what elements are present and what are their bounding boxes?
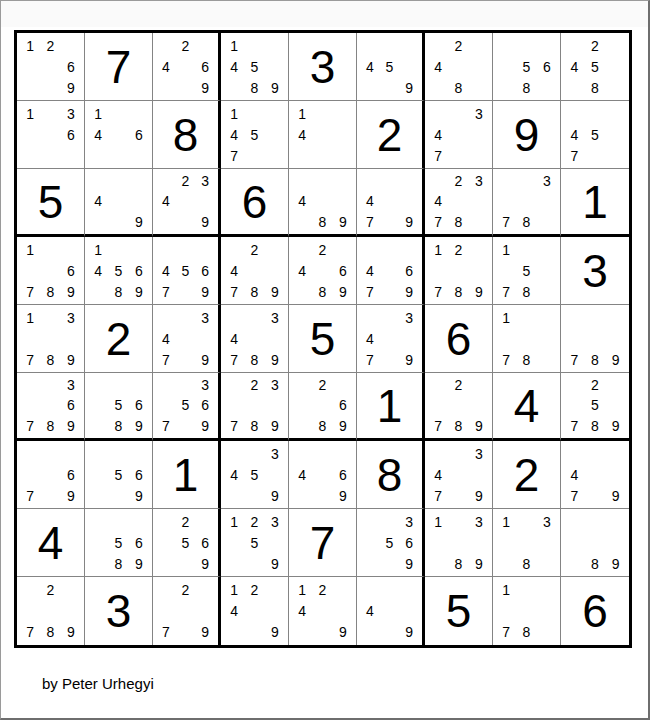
pencil-mark-empty <box>399 35 419 56</box>
pencil-mark-5: 5 <box>516 260 536 281</box>
pencil-mark-5: 5 <box>176 532 196 553</box>
pencil-mark-empty <box>496 56 516 77</box>
pencil-mark-4: 4 <box>156 260 176 281</box>
pencil-mark-empty <box>448 532 468 553</box>
pencil-mark-empty <box>156 35 176 56</box>
pencil-mark-empty <box>176 191 196 211</box>
pencil-mark-empty <box>61 35 81 56</box>
cell-r8c7[interactable]: 1389 <box>425 509 493 577</box>
cell-r1c7[interactable]: 248 <box>425 33 493 101</box>
cell-r8c3[interactable]: 2569 <box>153 509 221 577</box>
cell-r1c8[interactable]: 568 <box>493 33 561 101</box>
pencil-mark-4: 4 <box>428 191 448 211</box>
pencil-mark-empty <box>333 171 353 191</box>
pencil-mark-empty <box>380 77 400 98</box>
cell-r2c3[interactable]: 8 <box>153 101 221 169</box>
pencil-mark-4: 4 <box>224 260 244 281</box>
pencil-mark-7: 7 <box>496 349 516 370</box>
cell-r5c4[interactable]: 34789 <box>221 305 289 373</box>
pencil-marks: 3569 <box>357 509 422 576</box>
pencil-mark-empty <box>40 600 60 621</box>
cell-r2c6[interactable]: 2 <box>357 101 425 169</box>
pencil-mark-8: 8 <box>108 553 128 574</box>
cell-r3c6[interactable]: 479 <box>357 169 425 237</box>
cell-r2c1[interactable]: 136 <box>17 101 85 169</box>
pencil-mark-5: 5 <box>108 260 128 281</box>
pencil-marks: 378 <box>493 169 560 234</box>
cell-r7c5[interactable]: 469 <box>289 441 357 509</box>
pencil-mark-1: 1 <box>224 103 244 124</box>
cell-r9c4[interactable]: 1249 <box>221 577 289 645</box>
cell-r4c3[interactable]: 45679 <box>153 237 221 305</box>
pencil-mark-3: 3 <box>61 307 81 328</box>
cell-r4c7[interactable]: 12789 <box>425 237 493 305</box>
pencil-mark-8: 8 <box>516 281 536 302</box>
pencil-mark-7: 7 <box>20 281 40 302</box>
pencil-mark-empty <box>312 443 332 464</box>
pencil-mark-empty <box>176 328 196 349</box>
pencil-mark-empty <box>224 77 244 98</box>
pencil-mark-empty <box>564 395 585 415</box>
pencil-mark-empty <box>195 191 215 211</box>
pencil-mark-9: 9 <box>61 77 81 98</box>
pencil-mark-9: 9 <box>195 622 215 643</box>
pencil-mark-7: 7 <box>360 212 380 232</box>
pencil-mark-empty <box>40 239 60 260</box>
pencil-mark-2: 2 <box>244 239 264 260</box>
pencil-mark-1: 1 <box>496 239 516 260</box>
pencil-mark-empty <box>176 77 196 98</box>
pencil-mark-empty <box>265 124 285 145</box>
cell-r1c4[interactable]: 14589 <box>221 33 289 101</box>
pencil-mark-empty <box>292 375 312 395</box>
pencil-mark-2: 2 <box>40 579 60 600</box>
pencil-mark-empty <box>40 124 60 145</box>
cell-r1c1[interactable]: 1269 <box>17 33 85 101</box>
pencil-mark-empty <box>195 328 215 349</box>
pencil-mark-9: 9 <box>61 349 81 370</box>
cell-r4c2[interactable]: 145689 <box>85 237 153 305</box>
pencil-mark-empty <box>61 443 81 464</box>
solved-digit: 6 <box>242 179 268 225</box>
cell-r7c2[interactable]: 569 <box>85 441 153 509</box>
pencil-mark-empty <box>496 260 516 281</box>
pencil-marks: 178 <box>493 305 560 372</box>
pencil-mark-empty <box>195 579 215 600</box>
pencil-mark-4: 4 <box>292 600 312 621</box>
cell-r3c9[interactable]: 1 <box>561 169 629 237</box>
pencil-mark-empty <box>496 532 516 553</box>
pencil-mark-3: 3 <box>265 511 285 532</box>
pencil-mark-5: 5 <box>244 124 264 145</box>
cell-r7c1[interactable]: 679 <box>17 441 85 509</box>
cell-r7c7[interactable]: 3479 <box>425 441 493 509</box>
pencil-mark-2: 2 <box>585 35 606 56</box>
cell-r3c4[interactable]: 6 <box>221 169 289 237</box>
pencil-mark-empty <box>20 464 40 485</box>
cell-r1c5[interactable]: 3 <box>289 33 357 101</box>
pencil-mark-4: 4 <box>224 124 244 145</box>
pencil-mark-7: 7 <box>156 622 176 643</box>
pencil-mark-8: 8 <box>40 349 60 370</box>
pencil-marks: 279 <box>153 577 218 645</box>
pencil-mark-8: 8 <box>244 281 264 302</box>
cell-r3c3[interactable]: 2349 <box>153 169 221 237</box>
pencil-mark-empty <box>537 532 557 553</box>
pencil-mark-empty <box>312 260 332 281</box>
pencil-mark-empty <box>129 103 149 124</box>
pencil-marks: 12789 <box>425 237 492 304</box>
pencil-mark-4: 4 <box>360 260 380 281</box>
pencil-mark-9: 9 <box>265 349 285 370</box>
pencil-mark-empty <box>537 191 557 211</box>
cell-r6c2[interactable]: 5689 <box>85 373 153 441</box>
cell-r6c1[interactable]: 36789 <box>17 373 85 441</box>
cell-r3c2[interactable]: 49 <box>85 169 153 237</box>
pencil-mark-empty <box>129 239 149 260</box>
pencil-mark-empty <box>176 553 196 574</box>
pencil-mark-7: 7 <box>360 349 380 370</box>
pencil-mark-empty <box>428 171 448 191</box>
pencil-mark-empty <box>448 443 468 464</box>
cell-r8c2[interactable]: 5689 <box>85 509 153 577</box>
cell-r2c7[interactable]: 347 <box>425 101 493 169</box>
pencil-mark-1: 1 <box>496 579 516 600</box>
cell-r6c9[interactable]: 25789 <box>561 373 629 441</box>
pencil-mark-empty <box>244 103 264 124</box>
pencil-mark-8: 8 <box>312 212 332 232</box>
cell-r2c2[interactable]: 146 <box>85 101 153 169</box>
pencil-mark-empty <box>244 328 264 349</box>
cell-r5c5[interactable]: 5 <box>289 305 357 373</box>
pencil-mark-9: 9 <box>469 416 489 436</box>
pencil-mark-3: 3 <box>537 171 557 191</box>
pencil-mark-7: 7 <box>20 416 40 436</box>
pencil-mark-empty <box>428 103 448 124</box>
pencil-marks: 34789 <box>221 305 288 372</box>
pencil-marks: 89 <box>561 509 629 576</box>
pencil-mark-empty <box>224 395 244 415</box>
cell-r5c3[interactable]: 3479 <box>153 305 221 373</box>
cell-r9c2[interactable]: 3 <box>85 577 153 645</box>
pencil-mark-empty <box>244 145 264 166</box>
pencil-mark-empty <box>40 464 60 485</box>
pencil-marks: 1578 <box>493 237 560 304</box>
pencil-mark-empty <box>333 443 353 464</box>
pencil-mark-empty <box>88 464 108 485</box>
pencil-mark-7: 7 <box>156 416 176 436</box>
pencil-marks: 2689 <box>289 373 356 438</box>
cell-r7c6[interactable]: 8 <box>357 441 425 509</box>
pencil-mark-1: 1 <box>292 103 312 124</box>
pencil-mark-9: 9 <box>61 485 81 506</box>
cell-r5c1[interactable]: 13789 <box>17 305 85 373</box>
pencil-marks: 3479 <box>153 305 218 372</box>
pencil-mark-empty <box>605 307 626 328</box>
cell-r3c5[interactable]: 489 <box>289 169 357 237</box>
solved-digit: 2 <box>514 452 540 498</box>
pencil-marks: 679 <box>17 441 84 508</box>
pencil-mark-8: 8 <box>244 349 264 370</box>
pencil-mark-5: 5 <box>585 395 606 415</box>
pencil-mark-empty <box>428 532 448 553</box>
pencil-mark-empty <box>108 375 128 395</box>
cell-r8c9[interactable]: 89 <box>561 509 629 577</box>
pencil-mark-1: 1 <box>88 103 108 124</box>
pencil-mark-empty <box>428 443 448 464</box>
pencil-mark-empty <box>292 239 312 260</box>
pencil-mark-7: 7 <box>224 349 244 370</box>
sudoku-page: 1269724691458934592485682458136146814571… <box>0 0 650 720</box>
cell-r8c6[interactable]: 3569 <box>357 509 425 577</box>
cell-r5c9[interactable]: 789 <box>561 305 629 373</box>
pencil-marks: 1249 <box>289 577 356 645</box>
pencil-mark-empty <box>88 145 108 166</box>
cell-r6c6[interactable]: 1 <box>357 373 425 441</box>
pencil-mark-2: 2 <box>176 171 196 191</box>
pencil-mark-empty <box>496 553 516 574</box>
pencil-mark-empty <box>360 307 380 328</box>
cell-r9c7[interactable]: 5 <box>425 577 493 645</box>
pencil-mark-3: 3 <box>469 103 489 124</box>
pencil-mark-3: 3 <box>195 171 215 191</box>
pencil-mark-9: 9 <box>605 349 626 370</box>
cell-r8c1[interactable]: 4 <box>17 509 85 577</box>
pencil-mark-empty <box>605 145 626 166</box>
pencil-mark-empty <box>265 239 285 260</box>
pencil-mark-empty <box>312 124 332 145</box>
pencil-mark-empty <box>292 171 312 191</box>
pencil-mark-empty <box>224 622 244 643</box>
pencil-mark-empty <box>265 532 285 553</box>
cell-r7c8[interactable]: 2 <box>493 441 561 509</box>
pencil-marks: 789 <box>561 305 629 372</box>
pencil-marks: 5689 <box>85 509 152 576</box>
cell-r2c4[interactable]: 1457 <box>221 101 289 169</box>
cell-r8c8[interactable]: 138 <box>493 509 561 577</box>
cell-r1c9[interactable]: 2458 <box>561 33 629 101</box>
cell-r7c9[interactable]: 479 <box>561 441 629 509</box>
pencil-mark-empty <box>564 35 585 56</box>
pencil-mark-empty <box>224 307 244 328</box>
cell-r5c7[interactable]: 6 <box>425 305 493 373</box>
pencil-mark-empty <box>40 103 60 124</box>
cell-r9c9[interactable]: 6 <box>561 577 629 645</box>
cell-r2c9[interactable]: 457 <box>561 101 629 169</box>
pencil-mark-1: 1 <box>224 35 244 56</box>
pencil-mark-empty <box>469 145 489 166</box>
cell-r6c7[interactable]: 2789 <box>425 373 493 441</box>
cell-r3c1[interactable]: 5 <box>17 169 85 237</box>
pencil-mark-empty <box>585 145 606 166</box>
pencil-mark-7: 7 <box>224 416 244 436</box>
pencil-mark-empty <box>428 260 448 281</box>
pencil-mark-empty <box>360 553 380 574</box>
pencil-mark-empty <box>428 77 448 98</box>
cell-r7c4[interactable]: 3459 <box>221 441 289 509</box>
cell-r8c5[interactable]: 7 <box>289 509 357 577</box>
pencil-mark-empty <box>360 511 380 532</box>
pencil-marks: 3459 <box>221 441 288 508</box>
pencil-mark-9: 9 <box>605 553 626 574</box>
cell-r4c8[interactable]: 1578 <box>493 237 561 305</box>
pencil-marks: 479 <box>357 169 422 234</box>
cell-r4c6[interactable]: 4679 <box>357 237 425 305</box>
cell-r9c5[interactable]: 1249 <box>289 577 357 645</box>
pencil-mark-empty <box>176 239 196 260</box>
pencil-mark-empty <box>585 328 606 349</box>
pencil-mark-9: 9 <box>61 416 81 436</box>
pencil-mark-empty <box>40 485 60 506</box>
pencil-mark-empty <box>312 395 332 415</box>
pencil-mark-empty <box>292 395 312 415</box>
pencil-mark-9: 9 <box>333 416 353 436</box>
pencil-mark-9: 9 <box>399 553 419 574</box>
pencil-mark-5: 5 <box>176 260 196 281</box>
pencil-mark-empty <box>156 553 176 574</box>
pencil-mark-empty <box>605 464 626 485</box>
solved-digit: 2 <box>377 112 403 158</box>
pencil-mark-1: 1 <box>224 511 244 532</box>
pencil-mark-empty <box>380 328 400 349</box>
pencil-mark-empty <box>537 553 557 574</box>
pencil-marks: 1389 <box>425 509 492 576</box>
pencil-mark-empty <box>399 171 419 191</box>
pencil-mark-empty <box>399 239 419 260</box>
pencil-mark-7: 7 <box>564 349 585 370</box>
pencil-mark-empty <box>20 579 40 600</box>
pencil-mark-empty <box>380 600 400 621</box>
pencil-mark-4: 4 <box>360 191 380 211</box>
pencil-mark-empty <box>108 212 128 232</box>
cell-r1c2[interactable]: 7 <box>85 33 153 101</box>
pencil-marks: 1269 <box>17 33 84 100</box>
pencil-mark-6: 6 <box>399 260 419 281</box>
pencil-mark-9: 9 <box>469 281 489 302</box>
cell-r2c8[interactable]: 9 <box>493 101 561 169</box>
cell-r9c8[interactable]: 178 <box>493 577 561 645</box>
pencil-mark-empty <box>585 103 606 124</box>
pencil-mark-empty <box>265 260 285 281</box>
cell-r9c3[interactable]: 279 <box>153 577 221 645</box>
pencil-marks: 5689 <box>85 373 152 438</box>
pencil-mark-1: 1 <box>428 239 448 260</box>
pencil-mark-empty <box>448 56 468 77</box>
pencil-mark-7: 7 <box>496 281 516 302</box>
cell-r4c4[interactable]: 24789 <box>221 237 289 305</box>
pencil-mark-3: 3 <box>265 375 285 395</box>
cell-r3c7[interactable]: 23478 <box>425 169 493 237</box>
pencil-mark-4: 4 <box>428 464 448 485</box>
pencil-mark-empty <box>224 443 244 464</box>
pencil-marks: 138 <box>493 509 560 576</box>
pencil-mark-7: 7 <box>360 281 380 302</box>
cell-r4c9[interactable]: 3 <box>561 237 629 305</box>
pencil-mark-empty <box>564 307 585 328</box>
pencil-mark-empty <box>292 622 312 643</box>
pencil-mark-empty <box>176 416 196 436</box>
pencil-mark-5: 5 <box>244 532 264 553</box>
cell-r6c4[interactable]: 23789 <box>221 373 289 441</box>
cell-r2c5[interactable]: 14 <box>289 101 357 169</box>
pencil-mark-6: 6 <box>129 464 149 485</box>
pencil-mark-empty <box>605 328 626 349</box>
pencil-mark-empty <box>469 375 489 395</box>
pencil-mark-empty <box>469 532 489 553</box>
pencil-mark-empty <box>312 103 332 124</box>
pencil-mark-empty <box>448 395 468 415</box>
pencil-mark-empty <box>61 239 81 260</box>
solved-digit: 1 <box>582 179 608 225</box>
cell-r6c5[interactable]: 2689 <box>289 373 357 441</box>
pencil-marks: 469 <box>289 441 356 508</box>
pencil-mark-empty <box>176 212 196 232</box>
pencil-mark-6: 6 <box>333 395 353 415</box>
pencil-mark-7: 7 <box>156 349 176 370</box>
cell-r9c1[interactable]: 2789 <box>17 577 85 645</box>
pencil-mark-empty <box>224 553 244 574</box>
cell-r1c3[interactable]: 2469 <box>153 33 221 101</box>
pencil-mark-9: 9 <box>265 622 285 643</box>
pencil-mark-2: 2 <box>244 579 264 600</box>
cell-r4c5[interactable]: 24689 <box>289 237 357 305</box>
pencil-mark-empty <box>244 485 264 506</box>
cell-r5c6[interactable]: 3479 <box>357 305 425 373</box>
pencil-mark-empty <box>496 35 516 56</box>
pencil-mark-empty <box>516 579 536 600</box>
pencil-mark-2: 2 <box>244 375 264 395</box>
pencil-mark-empty <box>129 145 149 166</box>
cell-r8c4[interactable]: 12359 <box>221 509 289 577</box>
pencil-mark-9: 9 <box>399 622 419 643</box>
pencil-mark-2: 2 <box>176 579 196 600</box>
pencil-marks: 12359 <box>221 509 288 576</box>
pencil-mark-empty <box>448 464 468 485</box>
cell-r6c8[interactable]: 4 <box>493 373 561 441</box>
pencil-mark-9: 9 <box>61 622 81 643</box>
cell-r9c6[interactable]: 49 <box>357 577 425 645</box>
pencil-marks: 14589 <box>221 33 288 100</box>
pencil-mark-empty <box>176 307 196 328</box>
pencil-mark-empty <box>312 171 332 191</box>
pencil-mark-6: 6 <box>195 395 215 415</box>
cell-r5c8[interactable]: 178 <box>493 305 561 373</box>
pencil-mark-empty <box>333 191 353 211</box>
pencil-mark-empty <box>585 511 606 532</box>
pencil-mark-empty <box>156 511 176 532</box>
cell-r3c8[interactable]: 378 <box>493 169 561 237</box>
cell-r6c3[interactable]: 35679 <box>153 373 221 441</box>
cell-r1c6[interactable]: 459 <box>357 33 425 101</box>
pencil-mark-empty <box>195 511 215 532</box>
pencil-mark-4: 4 <box>360 328 380 349</box>
pencil-mark-empty <box>333 579 353 600</box>
pencil-mark-empty <box>244 600 264 621</box>
pencil-mark-empty <box>360 579 380 600</box>
pencil-mark-empty <box>244 553 264 574</box>
cell-r5c2[interactable]: 2 <box>85 305 153 373</box>
pencil-mark-empty <box>40 77 60 98</box>
cell-r4c1[interactable]: 16789 <box>17 237 85 305</box>
pencil-mark-empty <box>399 191 419 211</box>
cell-r7c3[interactable]: 1 <box>153 441 221 509</box>
pencil-mark-empty <box>88 553 108 574</box>
pencil-mark-empty <box>312 464 332 485</box>
pencil-mark-3: 3 <box>265 443 285 464</box>
pencil-mark-8: 8 <box>585 553 606 574</box>
pencil-mark-empty <box>605 56 626 77</box>
pencil-mark-9: 9 <box>265 485 285 506</box>
